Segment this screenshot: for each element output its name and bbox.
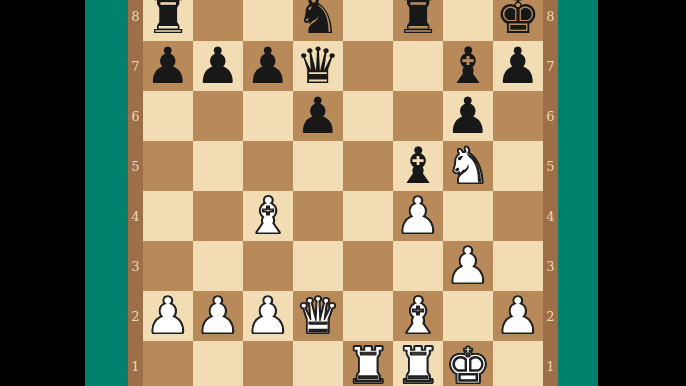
square-d3 (293, 241, 343, 291)
piece-black-pawn: ♟ (146, 41, 191, 91)
video-frame: ♜♞♜♚♟♟♟♛♝♟♟♟♝♞♝♟♟♟♟♟♛♝♟♜♜♚ 87654321 8765… (0, 0, 686, 386)
piece-white-knight: ♞ (446, 141, 491, 191)
square-e8 (343, 0, 393, 41)
piece-white-pawn: ♟ (496, 291, 541, 341)
rank-label-7: 7 (543, 41, 558, 91)
rank-label-6: 6 (543, 91, 558, 141)
square-g7: ♝ (443, 41, 493, 91)
piece-black-queen: ♛ (296, 41, 341, 91)
piece-black-pawn: ♟ (246, 41, 291, 91)
rank-label-4: 4 (128, 191, 143, 241)
square-h7: ♟ (493, 41, 543, 91)
piece-black-pawn: ♟ (196, 41, 241, 91)
square-e2 (343, 291, 393, 341)
square-d1 (293, 341, 343, 386)
square-h6 (493, 91, 543, 141)
piece-black-bishop: ♝ (446, 41, 491, 91)
rank-label-5: 5 (543, 141, 558, 191)
rank-label-7: 7 (128, 41, 143, 91)
square-e1: ♜ (343, 341, 393, 386)
square-e5 (343, 141, 393, 191)
piece-black-king: ♚ (496, 0, 541, 41)
square-a5 (143, 141, 193, 191)
piece-black-rook: ♜ (396, 0, 441, 41)
piece-white-king: ♚ (446, 341, 491, 386)
square-h8: ♚ (493, 0, 543, 41)
square-g3: ♟ (443, 241, 493, 291)
letterbox-left (0, 0, 85, 386)
square-g6: ♟ (443, 91, 493, 141)
square-f5: ♝ (393, 141, 443, 191)
piece-white-bishop: ♝ (396, 291, 441, 341)
square-f3 (393, 241, 443, 291)
square-d6: ♟ (293, 91, 343, 141)
rank-label-2: 2 (128, 291, 143, 341)
rank-label-1: 1 (128, 341, 143, 386)
square-g2 (443, 291, 493, 341)
square-g4 (443, 191, 493, 241)
square-b2: ♟ (193, 291, 243, 341)
square-f7 (393, 41, 443, 91)
square-a2: ♟ (143, 291, 193, 341)
square-a3 (143, 241, 193, 291)
square-f6 (393, 91, 443, 141)
square-g5: ♞ (443, 141, 493, 191)
square-a1 (143, 341, 193, 386)
piece-white-rook: ♜ (396, 341, 441, 386)
rank-label-5: 5 (128, 141, 143, 191)
piece-black-pawn: ♟ (496, 41, 541, 91)
square-b8 (193, 0, 243, 41)
rank-labels-left: 87654321 (128, 0, 143, 386)
piece-white-queen: ♛ (296, 291, 341, 341)
rank-label-1: 1 (543, 341, 558, 386)
piece-white-pawn: ♟ (146, 291, 191, 341)
square-b5 (193, 141, 243, 191)
square-a7: ♟ (143, 41, 193, 91)
square-c2: ♟ (243, 291, 293, 341)
square-h5 (493, 141, 543, 191)
piece-black-pawn: ♟ (446, 91, 491, 141)
square-d7: ♛ (293, 41, 343, 91)
square-c8 (243, 0, 293, 41)
square-c1 (243, 341, 293, 386)
piece-white-pawn: ♟ (196, 291, 241, 341)
square-c7: ♟ (243, 41, 293, 91)
square-e6 (343, 91, 393, 141)
square-d5 (293, 141, 343, 191)
piece-white-pawn: ♟ (396, 191, 441, 241)
piece-white-pawn: ♟ (446, 241, 491, 291)
piece-black-rook: ♜ (146, 0, 191, 41)
letterbox-right (598, 0, 686, 386)
square-c5 (243, 141, 293, 191)
square-c4: ♝ (243, 191, 293, 241)
square-d4 (293, 191, 343, 241)
square-d2: ♛ (293, 291, 343, 341)
chessboard: ♜♞♜♚♟♟♟♛♝♟♟♟♝♞♝♟♟♟♟♟♛♝♟♜♜♚ (143, 0, 543, 386)
square-g1: ♚ (443, 341, 493, 386)
piece-black-bishop: ♝ (396, 141, 441, 191)
square-a4 (143, 191, 193, 241)
rank-label-6: 6 (128, 91, 143, 141)
square-a8: ♜ (143, 0, 193, 41)
square-b6 (193, 91, 243, 141)
square-h3 (493, 241, 543, 291)
square-b4 (193, 191, 243, 241)
rank-label-4: 4 (543, 191, 558, 241)
square-f2: ♝ (393, 291, 443, 341)
square-h1 (493, 341, 543, 386)
square-c3 (243, 241, 293, 291)
rank-label-3: 3 (543, 241, 558, 291)
square-b7: ♟ (193, 41, 243, 91)
square-f8: ♜ (393, 0, 443, 41)
piece-black-knight: ♞ (296, 0, 341, 41)
square-e7 (343, 41, 393, 91)
square-d8: ♞ (293, 0, 343, 41)
rank-label-8: 8 (543, 0, 558, 41)
square-f1: ♜ (393, 341, 443, 386)
square-e4 (343, 191, 393, 241)
rank-label-2: 2 (543, 291, 558, 341)
rank-label-3: 3 (128, 241, 143, 291)
piece-black-pawn: ♟ (296, 91, 341, 141)
rank-labels-right: 87654321 (543, 0, 558, 386)
square-c6 (243, 91, 293, 141)
square-a6 (143, 91, 193, 141)
square-e3 (343, 241, 393, 291)
piece-white-pawn: ♟ (246, 291, 291, 341)
square-g8 (443, 0, 493, 41)
square-b1 (193, 341, 243, 386)
piece-white-rook: ♜ (346, 341, 391, 386)
square-f4: ♟ (393, 191, 443, 241)
rank-label-8: 8 (128, 0, 143, 41)
square-h4 (493, 191, 543, 241)
square-b3 (193, 241, 243, 291)
square-h2: ♟ (493, 291, 543, 341)
piece-white-bishop: ♝ (246, 191, 291, 241)
